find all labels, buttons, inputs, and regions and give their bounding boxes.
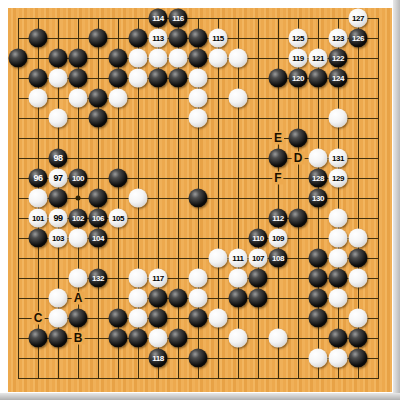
white-stone-move-127: 127 (349, 9, 368, 28)
grid-line-vertical (238, 18, 239, 379)
annotation-letter-C: C (32, 312, 45, 325)
black-stone (29, 229, 48, 248)
white-stone (129, 49, 148, 68)
black-stone (109, 329, 128, 348)
black-stone (149, 69, 168, 88)
black-stone (349, 349, 368, 368)
white-stone (329, 249, 348, 268)
black-stone-move-120: 120 (289, 69, 308, 88)
white-stone (349, 309, 368, 328)
white-stone (49, 109, 68, 128)
white-stone (149, 329, 168, 348)
black-stone (309, 269, 328, 288)
white-stone-move-115: 115 (209, 29, 228, 48)
white-stone (49, 289, 68, 308)
white-stone-move-103: 103 (49, 229, 68, 248)
white-stone (229, 49, 248, 68)
black-stone-move-116: 116 (169, 9, 188, 28)
black-stone (149, 289, 168, 308)
black-stone (229, 289, 248, 308)
black-stone (89, 89, 108, 108)
black-stone (189, 49, 208, 68)
white-stone (129, 69, 148, 88)
white-stone (29, 189, 48, 208)
black-stone (289, 209, 308, 228)
black-stone (189, 309, 208, 328)
white-stone (229, 329, 248, 348)
white-stone (109, 89, 128, 108)
white-stone-move-111: 111 (229, 249, 248, 268)
black-stone (149, 309, 168, 328)
black-stone-move-102: 102 (69, 209, 88, 228)
black-stone (69, 49, 88, 68)
go-board[interactable]: 1141161271131151251231261191211221201249… (8, 8, 392, 392)
white-stone-move-121: 121 (309, 49, 328, 68)
black-stone (169, 29, 188, 48)
black-stone-move-104: 104 (89, 229, 108, 248)
white-stone (189, 109, 208, 128)
white-stone (49, 309, 68, 328)
white-stone (129, 289, 148, 308)
black-stone (269, 149, 288, 168)
black-stone (49, 189, 68, 208)
white-stone (149, 49, 168, 68)
black-stone (49, 329, 68, 348)
black-stone (129, 329, 148, 348)
window-edge-shadow-right (393, 0, 400, 400)
black-stone-move-112: 112 (269, 209, 288, 228)
black-stone (89, 29, 108, 48)
white-stone (189, 89, 208, 108)
black-stone (289, 129, 308, 148)
black-stone (189, 29, 208, 48)
black-stone-move-128: 128 (309, 169, 328, 188)
white-stone (129, 269, 148, 288)
white-stone (329, 289, 348, 308)
white-stone-move-125: 125 (289, 29, 308, 48)
black-stone (249, 269, 268, 288)
white-stone (329, 349, 348, 368)
white-stone (209, 309, 228, 328)
white-stone (189, 69, 208, 88)
white-stone (69, 89, 88, 108)
black-stone (329, 329, 348, 348)
white-stone-move-97: 97 (49, 169, 68, 188)
white-stone-move-105: 105 (109, 209, 128, 228)
annotation-letter-F: F (272, 172, 283, 185)
white-stone (189, 269, 208, 288)
black-stone-move-114: 114 (149, 9, 168, 28)
black-stone (109, 69, 128, 88)
black-stone-move-124: 124 (329, 69, 348, 88)
white-stone (169, 49, 188, 68)
white-stone-move-129: 129 (329, 169, 348, 188)
white-stone (309, 349, 328, 368)
white-stone (209, 249, 228, 268)
black-stone (349, 329, 368, 348)
black-stone-move-108: 108 (269, 249, 288, 268)
black-stone (109, 49, 128, 68)
white-stone (269, 329, 288, 348)
black-stone (329, 269, 348, 288)
black-stone (309, 69, 328, 88)
white-stone (29, 89, 48, 108)
black-stone (169, 329, 188, 348)
white-stone-move-107: 107 (249, 249, 268, 268)
grid-line-horizontal (18, 378, 379, 379)
black-stone (69, 309, 88, 328)
black-stone (129, 29, 148, 48)
white-stone (189, 289, 208, 308)
black-stone-move-100: 100 (69, 169, 88, 188)
white-stone-move-101: 101 (29, 209, 48, 228)
black-stone (29, 329, 48, 348)
grid-line-vertical (258, 18, 259, 379)
white-stone (69, 229, 88, 248)
black-stone (109, 169, 128, 188)
black-stone-move-98: 98 (49, 149, 68, 168)
black-stone (309, 249, 328, 268)
black-stone-move-126: 126 (349, 29, 368, 48)
black-stone (309, 289, 328, 308)
black-stone (349, 249, 368, 268)
annotation-letter-A: A (72, 292, 85, 305)
white-stone (329, 229, 348, 248)
white-stone (329, 109, 348, 128)
black-stone (269, 69, 288, 88)
white-stone (129, 309, 148, 328)
white-stone-move-123: 123 (329, 29, 348, 48)
window-edge-shadow-bottom (0, 393, 400, 400)
white-stone (349, 229, 368, 248)
black-stone (309, 309, 328, 328)
black-stone-move-106: 106 (89, 209, 108, 228)
black-stone (169, 69, 188, 88)
black-stone (89, 189, 108, 208)
white-stone-move-99: 99 (49, 209, 68, 228)
black-stone-move-122: 122 (329, 49, 348, 68)
white-stone (129, 189, 148, 208)
white-stone (229, 89, 248, 108)
star-point (76, 196, 81, 201)
black-stone (9, 49, 28, 68)
black-stone-move-96: 96 (29, 169, 48, 188)
annotation-letter-E: E (272, 132, 284, 145)
grid-line-vertical (378, 18, 379, 379)
black-stone-move-130: 130 (309, 189, 328, 208)
white-stone-move-131: 131 (329, 149, 348, 168)
white-stone (209, 49, 228, 68)
black-stone-move-110: 110 (249, 229, 268, 248)
black-stone (29, 69, 48, 88)
white-stone (349, 269, 368, 288)
white-stone (329, 209, 348, 228)
white-stone-move-119: 119 (289, 49, 308, 68)
black-stone (69, 69, 88, 88)
white-stone (229, 269, 248, 288)
black-stone (189, 349, 208, 368)
black-stone (189, 189, 208, 208)
black-stone (249, 289, 268, 308)
black-stone-move-132: 132 (89, 269, 108, 288)
go-diagram-frame: 1141161271131151251231261191211221201249… (0, 0, 400, 400)
white-stone-move-117: 117 (149, 269, 168, 288)
black-stone (169, 289, 188, 308)
black-stone (49, 49, 68, 68)
annotation-letter-B: B (72, 332, 85, 345)
white-stone-move-113: 113 (149, 29, 168, 48)
black-stone (109, 309, 128, 328)
black-stone (29, 29, 48, 48)
annotation-letter-D: D (292, 152, 305, 165)
white-stone-move-109: 109 (269, 229, 288, 248)
white-stone (49, 69, 68, 88)
black-stone-move-118: 118 (149, 349, 168, 368)
white-stone (69, 269, 88, 288)
white-stone (309, 149, 328, 168)
black-stone (89, 109, 108, 128)
